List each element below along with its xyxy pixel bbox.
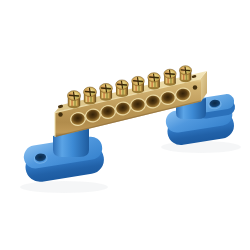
terminal-screw — [179, 66, 191, 82]
fixing-hole-front-right — [193, 85, 197, 89]
busbar-product-image — [0, 0, 250, 250]
terminal-screw — [100, 83, 113, 100]
left-insulator-shadow — [20, 181, 108, 193]
product-photo — [0, 0, 250, 250]
terminal-screw — [68, 91, 81, 109]
right-insulator-shadow — [161, 141, 241, 153]
terminal-screw — [84, 87, 97, 105]
fixing-hole-front-left — [58, 112, 62, 116]
terminal-screw — [164, 69, 176, 86]
terminal-screw — [116, 80, 129, 97]
terminal-screw — [148, 73, 160, 90]
terminal-screw — [132, 76, 144, 93]
